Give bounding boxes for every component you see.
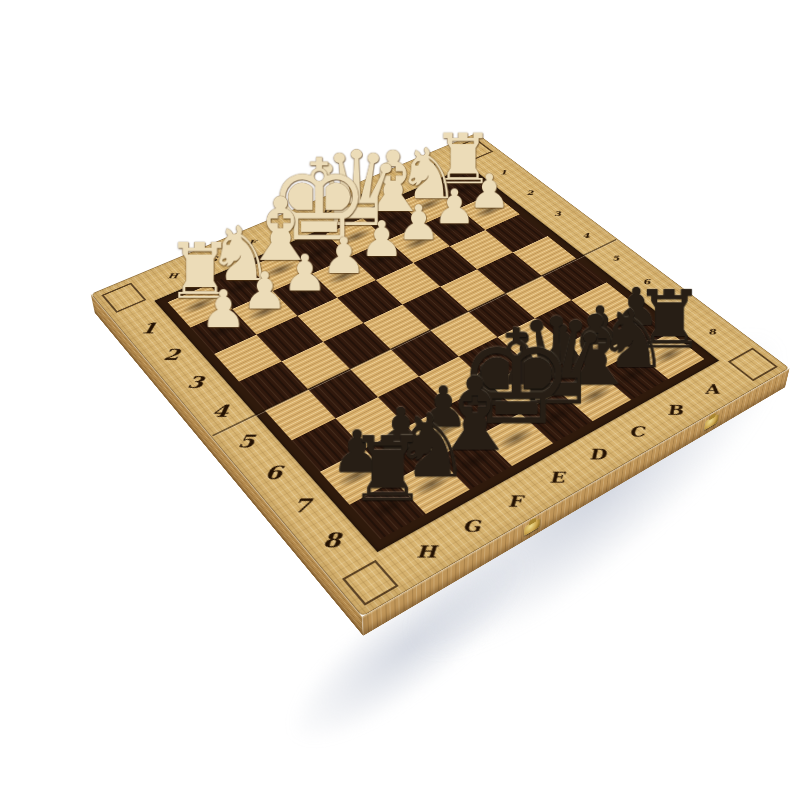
file-label: A bbox=[702, 381, 720, 396]
file-label: G bbox=[208, 255, 218, 263]
file-label: D bbox=[323, 207, 332, 214]
rank-label: 3 bbox=[554, 210, 562, 217]
rank-label: 1 bbox=[500, 169, 507, 176]
file-label: F bbox=[248, 239, 256, 247]
rank-label: 5 bbox=[237, 431, 256, 452]
rank-label: 3 bbox=[186, 373, 205, 392]
chess-board: 1122334455667788HHGGFFEEDDCCBBAA ♜♞♝♛♚♝♞… bbox=[91, 133, 790, 617]
file-label: E bbox=[548, 468, 565, 486]
file-label: B bbox=[665, 402, 684, 418]
photo-stage: 1122334455667788HHGGFFEEDDCCBBAA ♜♞♝♛♚♝♞… bbox=[0, 0, 800, 800]
rank-label: 8 bbox=[322, 528, 341, 552]
rank-label: 4 bbox=[582, 232, 590, 239]
file-label: C bbox=[359, 192, 367, 199]
file-label: C bbox=[628, 423, 646, 439]
rank-label: 5 bbox=[612, 255, 620, 263]
file-label: B bbox=[394, 177, 402, 184]
file-label: E bbox=[286, 223, 295, 230]
file-label: G bbox=[462, 517, 480, 536]
white-pawn-glyph: ♟ bbox=[153, 283, 293, 335]
rank-label: 2 bbox=[162, 345, 181, 363]
rank-label: 4 bbox=[211, 401, 230, 421]
file-label: A bbox=[429, 163, 436, 170]
file-label: H bbox=[416, 542, 436, 561]
corner-ornament bbox=[342, 560, 399, 606]
file-label: F bbox=[507, 492, 523, 510]
file-label: D bbox=[588, 446, 607, 463]
rank-label: 2 bbox=[526, 189, 533, 196]
black-rook-glyph: ♜ bbox=[308, 425, 468, 514]
brass-clasp-icon bbox=[524, 517, 541, 536]
perspective-wrapper: 1122334455667788HHGGFFEEDDCCBBAA ♜♞♝♛♚♝♞… bbox=[180, 80, 680, 580]
file-label: H bbox=[167, 272, 179, 280]
